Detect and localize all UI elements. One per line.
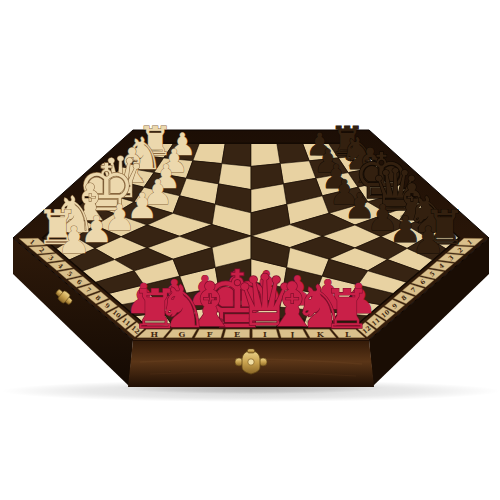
brass-ornament <box>248 359 254 365</box>
board-cell <box>251 143 280 166</box>
piece-black-P: ♟ <box>411 218 444 262</box>
board-cell <box>222 143 251 166</box>
brass-ornament <box>248 349 255 353</box>
piece-red-R: ♜ <box>323 278 371 341</box>
product-photo: HGFEIJKL123456789101112123456789101112 ♜… <box>0 0 500 500</box>
three-player-chess-board: HGFEIJKL123456789101112123456789101112 ♜… <box>0 0 500 500</box>
piece-red-R: ♜ <box>131 278 179 341</box>
piece-white-P: ♟ <box>57 218 90 262</box>
